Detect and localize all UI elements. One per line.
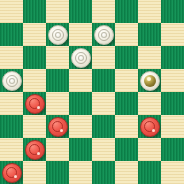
square-r3c0[interactable] bbox=[0, 69, 23, 92]
square-r4c0 bbox=[0, 92, 23, 115]
red-man-piece[interactable] bbox=[25, 94, 45, 114]
square-r6c1[interactable] bbox=[23, 138, 46, 161]
square-r5c5 bbox=[115, 115, 138, 138]
square-r2c5[interactable] bbox=[115, 46, 138, 69]
square-r6c2 bbox=[46, 138, 69, 161]
square-r5c0[interactable] bbox=[0, 115, 23, 138]
square-r4c6 bbox=[138, 92, 161, 115]
red-man-piece[interactable] bbox=[140, 117, 160, 137]
square-r7c3 bbox=[69, 161, 92, 184]
square-r6c3[interactable] bbox=[69, 138, 92, 161]
square-r1c3 bbox=[69, 23, 92, 46]
square-r7c1 bbox=[23, 161, 46, 184]
square-r5c2[interactable] bbox=[46, 115, 69, 138]
square-r4c5[interactable] bbox=[115, 92, 138, 115]
square-r5c4[interactable] bbox=[92, 115, 115, 138]
square-r3c3 bbox=[69, 69, 92, 92]
square-r2c4 bbox=[92, 46, 115, 69]
square-r4c1[interactable] bbox=[23, 92, 46, 115]
square-r3c4[interactable] bbox=[92, 69, 115, 92]
white-man-piece[interactable] bbox=[2, 71, 22, 91]
square-r1c6[interactable] bbox=[138, 23, 161, 46]
square-r3c7 bbox=[161, 69, 184, 92]
square-r6c5[interactable] bbox=[115, 138, 138, 161]
red-man-piece[interactable] bbox=[48, 117, 68, 137]
square-r3c5 bbox=[115, 69, 138, 92]
square-r2c2 bbox=[46, 46, 69, 69]
square-r1c2[interactable] bbox=[46, 23, 69, 46]
square-r4c4 bbox=[92, 92, 115, 115]
square-r0c0 bbox=[0, 0, 23, 23]
square-r0c5[interactable] bbox=[115, 0, 138, 23]
square-r1c1 bbox=[23, 23, 46, 46]
red-man-piece[interactable] bbox=[25, 140, 45, 160]
square-r4c2 bbox=[46, 92, 69, 115]
square-r1c5 bbox=[115, 23, 138, 46]
white-man-piece[interactable] bbox=[94, 25, 114, 45]
square-r2c3[interactable] bbox=[69, 46, 92, 69]
square-r5c1 bbox=[23, 115, 46, 138]
square-r1c0[interactable] bbox=[0, 23, 23, 46]
square-r5c3 bbox=[69, 115, 92, 138]
square-r5c7 bbox=[161, 115, 184, 138]
square-r0c7[interactable] bbox=[161, 0, 184, 23]
square-r0c1[interactable] bbox=[23, 0, 46, 23]
square-r7c6[interactable] bbox=[138, 161, 161, 184]
checkers-board bbox=[0, 0, 184, 184]
square-r3c2[interactable] bbox=[46, 69, 69, 92]
square-r0c4 bbox=[92, 0, 115, 23]
square-r3c1 bbox=[23, 69, 46, 92]
square-r4c3[interactable] bbox=[69, 92, 92, 115]
square-r6c6 bbox=[138, 138, 161, 161]
square-r7c5 bbox=[115, 161, 138, 184]
square-r6c0 bbox=[0, 138, 23, 161]
square-r6c7[interactable] bbox=[161, 138, 184, 161]
white-king-piece[interactable] bbox=[140, 71, 160, 91]
square-r3c6[interactable] bbox=[138, 69, 161, 92]
square-r2c6 bbox=[138, 46, 161, 69]
square-r0c6 bbox=[138, 0, 161, 23]
square-r2c1[interactable] bbox=[23, 46, 46, 69]
square-r6c4 bbox=[92, 138, 115, 161]
square-r5c6[interactable] bbox=[138, 115, 161, 138]
square-r1c7 bbox=[161, 23, 184, 46]
square-r2c7[interactable] bbox=[161, 46, 184, 69]
square-r1c4[interactable] bbox=[92, 23, 115, 46]
square-r0c3[interactable] bbox=[69, 0, 92, 23]
white-man-piece[interactable] bbox=[71, 48, 91, 68]
square-r7c4[interactable] bbox=[92, 161, 115, 184]
square-r2c0 bbox=[0, 46, 23, 69]
white-man-piece[interactable] bbox=[48, 25, 68, 45]
square-r7c0[interactable] bbox=[0, 161, 23, 184]
square-r7c7 bbox=[161, 161, 184, 184]
square-r7c2[interactable] bbox=[46, 161, 69, 184]
red-man-piece[interactable] bbox=[2, 163, 22, 183]
square-r0c2 bbox=[46, 0, 69, 23]
square-r4c7[interactable] bbox=[161, 92, 184, 115]
